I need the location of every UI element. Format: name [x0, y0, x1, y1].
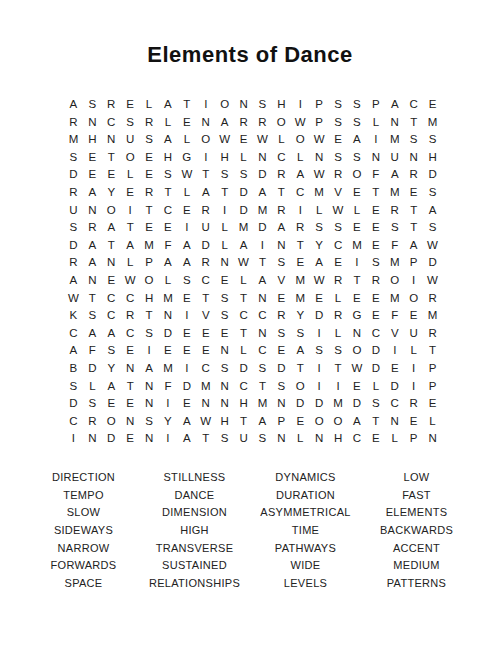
grid-cell-r19c18: N [385, 413, 404, 431]
grid-cell-r18c5: N [140, 395, 159, 413]
grid-cell-r5c8: T [196, 166, 215, 184]
grid-cell-r4c4: O [121, 149, 140, 167]
grid-cell-r4c16: S [347, 149, 366, 167]
grid-cell-r10c6: A [158, 254, 177, 272]
grid-cell-r19c1: C [64, 413, 83, 431]
grid-cell-r10c10: W [234, 254, 253, 272]
grid-cell-r12c8: T [196, 290, 215, 308]
grid-cell-r8c11: D [253, 219, 272, 237]
grid-cell-r11c5: O [140, 272, 159, 290]
grid-cell-r1c5: L [140, 96, 159, 114]
grid-cell-r11c17: R [366, 272, 385, 290]
grid-cell-r7c16: L [347, 202, 366, 220]
grid-cell-r19c5: S [140, 413, 159, 431]
grid-cell-r6c5: R [140, 184, 159, 202]
grid-cell-r19c14: O [310, 413, 329, 431]
word-list-item: RELATIONSHIPS [139, 574, 250, 592]
grid-cell-r16c7: I [177, 360, 196, 378]
grid-cell-r14c5: S [140, 325, 159, 343]
word-list-item: SIDEWAYS [28, 521, 139, 539]
grid-cell-r11c16: T [347, 272, 366, 290]
grid-cell-r8c9: L [215, 219, 234, 237]
grid-cell-r9c12: N [272, 237, 291, 255]
grid-cell-r11c9: E [215, 272, 234, 290]
grid-cell-r2c4: S [121, 114, 140, 132]
grid-cell-r3c9: W [215, 131, 234, 149]
grid-cell-r6c15: V [329, 184, 348, 202]
grid-cell-r17c9: N [215, 378, 234, 396]
grid-cell-r15c15: S [329, 342, 348, 360]
grid-cell-r15c20: T [423, 342, 442, 360]
grid-cell-r2c9: A [215, 114, 234, 132]
grid-cell-r3c19: S [404, 131, 423, 149]
grid-cell-r20c10: U [234, 430, 253, 448]
grid-cell-r12c7: E [177, 290, 196, 308]
grid-cell-r4c7: G [177, 149, 196, 167]
grid-cell-r11c7: S [177, 272, 196, 290]
grid-cell-r13c19: E [404, 307, 423, 325]
word-list-item: ELEMENTS [361, 503, 472, 521]
grid-cell-r2c20: M [423, 114, 442, 132]
grid-cell-r1c9: O [215, 96, 234, 114]
grid-cell-r15c18: I [385, 342, 404, 360]
grid-cell-r6c8: A [196, 184, 215, 202]
grid-cell-r17c18: D [385, 378, 404, 396]
grid-cell-r6c10: D [234, 184, 253, 202]
grid-cell-r15c14: S [310, 342, 329, 360]
word-list-item: SLOW [28, 503, 139, 521]
grid-cell-r20c11: S [253, 430, 272, 448]
grid-cell-r3c3: N [102, 131, 121, 149]
grid-cell-r20c20: N [423, 430, 442, 448]
word-list-item: HIGH [139, 521, 250, 539]
grid-cell-r6c11: A [253, 184, 272, 202]
grid-cell-r6c6: T [158, 184, 177, 202]
grid-cell-r14c6: D [158, 325, 177, 343]
grid-cell-r18c1: D [64, 395, 83, 413]
grid-cell-r5c4: L [121, 166, 140, 184]
grid-cell-r6c4: E [121, 184, 140, 202]
grid-cell-r1c2: S [83, 96, 102, 114]
grid-cell-r3c11: W [253, 131, 272, 149]
grid-cell-r19c11: A [253, 413, 272, 431]
grid-cell-r9c13: T [291, 237, 310, 255]
grid-cell-r15c9: N [215, 342, 234, 360]
grid-cell-r16c6: M [158, 360, 177, 378]
grid-cell-r10c19: P [404, 254, 423, 272]
grid-cell-r16c9: S [215, 360, 234, 378]
word-list-item: SPACE [28, 574, 139, 592]
grid-cell-r1c3: R [102, 96, 121, 114]
grid-cell-r13c4: R [121, 307, 140, 325]
grid-cell-r5c9: S [215, 166, 234, 184]
grid-cell-r4c9: H [215, 149, 234, 167]
grid-cell-r6c13: C [291, 184, 310, 202]
grid-cell-r15c17: D [366, 342, 385, 360]
grid-cell-r16c17: D [366, 360, 385, 378]
grid-cell-r6c17: T [366, 184, 385, 202]
grid-cell-r17c5: N [140, 378, 159, 396]
grid-cell-r7c15: W [329, 202, 348, 220]
grid-cell-r8c12: A [272, 219, 291, 237]
grid-cell-r16c10: D [234, 360, 253, 378]
grid-cell-r17c1: S [64, 378, 83, 396]
grid-cell-r18c2: S [83, 395, 102, 413]
grid-cell-r3c15: E [329, 131, 348, 149]
word-list-item: PATHWAYS [250, 539, 361, 557]
grid-cell-r3c7: L [177, 131, 196, 149]
grid-cell-r10c12: S [272, 254, 291, 272]
grid-cell-r20c13: L [291, 430, 310, 448]
grid-cell-r14c3: A [102, 325, 121, 343]
grid-cell-r5c6: S [158, 166, 177, 184]
grid-cell-r8c16: E [347, 219, 366, 237]
grid-cell-r14c17: C [366, 325, 385, 343]
grid-cell-r2c8: N [196, 114, 215, 132]
grid-cell-r8c19: T [404, 219, 423, 237]
grid-cell-r5c10: S [234, 166, 253, 184]
grid-cell-r20c3: D [102, 430, 121, 448]
grid-cell-r20c1: I [64, 430, 83, 448]
grid-cell-r7c17: E [366, 202, 385, 220]
grid-cell-r10c7: A [177, 254, 196, 272]
grid-cell-r11c15: R [329, 272, 348, 290]
grid-cell-r19c8: W [196, 413, 215, 431]
grid-cell-r7c8: R [196, 202, 215, 220]
grid-cell-r9c4: A [121, 237, 140, 255]
grid-cell-r14c1: C [64, 325, 83, 343]
grid-cell-r14c20: R [423, 325, 442, 343]
grid-cell-r12c19: O [404, 290, 423, 308]
grid-cell-r4c18: U [385, 149, 404, 167]
grid-cell-r19c15: O [329, 413, 348, 431]
grid-cell-r17c4: T [121, 378, 140, 396]
grid-cell-r9c6: F [158, 237, 177, 255]
grid-cell-r18c11: M [253, 395, 272, 413]
grid-cell-r10c15: E [329, 254, 348, 272]
grid-cell-r14c18: V [385, 325, 404, 343]
grid-cell-r9c11: I [253, 237, 272, 255]
grid-cell-r18c6: I [158, 395, 177, 413]
grid-cell-r1c19: C [404, 96, 423, 114]
grid-cell-r1c4: E [121, 96, 140, 114]
grid-cell-r18c18: C [385, 395, 404, 413]
word-list-item: DIRECTION [28, 468, 139, 486]
grid-cell-r7c12: R [272, 202, 291, 220]
grid-cell-r4c6: H [158, 149, 177, 167]
grid-cell-r16c2: D [83, 360, 102, 378]
grid-cell-r1c12: H [272, 96, 291, 114]
grid-cell-r14c8: E [196, 325, 215, 343]
grid-cell-r11c14: W [310, 272, 329, 290]
grid-cell-r5c20: D [423, 166, 442, 184]
grid-cell-r16c13: T [291, 360, 310, 378]
grid-cell-r20c18: L [385, 430, 404, 448]
grid-cell-r11c12: V [272, 272, 291, 290]
grid-cell-r19c19: E [404, 413, 423, 431]
grid-cell-r17c7: D [177, 378, 196, 396]
grid-cell-r10c3: N [102, 254, 121, 272]
grid-cell-r9c14: Y [310, 237, 329, 255]
grid-cell-r2c13: W [291, 114, 310, 132]
grid-cell-r5c18: A [385, 166, 404, 184]
grid-cell-r13c2: S [83, 307, 102, 325]
grid-cell-r12c16: E [347, 290, 366, 308]
grid-cell-r16c14: I [310, 360, 329, 378]
grid-cell-r9c16: M [347, 237, 366, 255]
grid-cell-r3c2: H [83, 131, 102, 149]
grid-cell-r19c13: E [291, 413, 310, 431]
grid-cell-r7c6: C [158, 202, 177, 220]
grid-cell-r5c15: R [329, 166, 348, 184]
grid-cell-r10c14: A [310, 254, 329, 272]
word-list-item: BACKWARDS [361, 521, 472, 539]
word-search-grid: ASRELATIONSHIPSSPACERNCSRLENARROWPSSLNTM… [64, 96, 442, 448]
grid-cell-r17c17: L [366, 378, 385, 396]
grid-cell-r2c17: L [366, 114, 385, 132]
grid-cell-r17c12: S [272, 378, 291, 396]
grid-cell-r13c7: I [177, 307, 196, 325]
grid-cell-r12c17: E [366, 290, 385, 308]
word-list-item: PATTERNS [361, 574, 472, 592]
grid-cell-r9c7: A [177, 237, 196, 255]
grid-cell-r14c19: U [404, 325, 423, 343]
grid-cell-r11c11: A [253, 272, 272, 290]
grid-cell-r5c2: E [83, 166, 102, 184]
grid-cell-r13c11: C [253, 307, 272, 325]
grid-cell-r5c1: D [64, 166, 83, 184]
grid-cell-r15c5: I [140, 342, 159, 360]
grid-cell-r3c1: M [64, 131, 83, 149]
grid-cell-r16c12: D [272, 360, 291, 378]
grid-cell-r6c14: M [310, 184, 329, 202]
grid-cell-r5c19: R [404, 166, 423, 184]
grid-cell-r13c6: N [158, 307, 177, 325]
grid-cell-r9c20: W [423, 237, 442, 255]
grid-cell-r18c19: R [404, 395, 423, 413]
grid-cell-r18c13: D [291, 395, 310, 413]
grid-cell-r17c15: I [329, 378, 348, 396]
grid-cell-r8c10: M [234, 219, 253, 237]
grid-cell-r15c11: C [253, 342, 272, 360]
word-list-item: TIME [250, 521, 361, 539]
word-list-item: ASYMMETRICAL [250, 503, 361, 521]
grid-cell-r5c16: O [347, 166, 366, 184]
word-list-item: DIMENSION [139, 503, 250, 521]
grid-cell-r14c9: E [215, 325, 234, 343]
grid-cell-r20c12: N [272, 430, 291, 448]
grid-cell-r10c11: T [253, 254, 272, 272]
grid-cell-r1c15: S [329, 96, 348, 114]
grid-cell-r3c18: M [385, 131, 404, 149]
grid-cell-r3c4: U [121, 131, 140, 149]
grid-cell-r16c1: B [64, 360, 83, 378]
grid-cell-r3c20: S [423, 131, 442, 149]
grid-cell-r13c3: C [102, 307, 121, 325]
grid-cell-r11c8: C [196, 272, 215, 290]
grid-cell-r9c15: C [329, 237, 348, 255]
grid-cell-r6c9: T [215, 184, 234, 202]
grid-cell-r10c9: N [215, 254, 234, 272]
grid-cell-r15c12: E [272, 342, 291, 360]
word-list-item: ACCENT [361, 539, 472, 557]
grid-cell-r18c10: H [234, 395, 253, 413]
grid-cell-r13c14: D [310, 307, 329, 325]
grid-cell-r15c2: F [83, 342, 102, 360]
grid-cell-r8c4: T [121, 219, 140, 237]
grid-cell-r17c16: E [347, 378, 366, 396]
grid-cell-r12c12: E [272, 290, 291, 308]
grid-cell-r4c12: C [272, 149, 291, 167]
grid-cell-r17c14: I [310, 378, 329, 396]
grid-cell-r20c16: C [347, 430, 366, 448]
grid-cell-r11c1: A [64, 272, 83, 290]
grid-cell-r10c20: D [423, 254, 442, 272]
grid-cell-r5c7: W [177, 166, 196, 184]
grid-cell-r19c12: P [272, 413, 291, 431]
grid-cell-r17c3: A [102, 378, 121, 396]
grid-cell-r18c16: D [347, 395, 366, 413]
grid-cell-r4c17: N [366, 149, 385, 167]
grid-cell-r4c10: L [234, 149, 253, 167]
grid-cell-r12c9: S [215, 290, 234, 308]
grid-cell-r10c5: P [140, 254, 159, 272]
grid-cell-r11c6: L [158, 272, 177, 290]
grid-cell-r18c3: E [102, 395, 121, 413]
grid-cell-r19c7: A [177, 413, 196, 431]
grid-cell-r8c5: E [140, 219, 159, 237]
grid-cell-r11c13: M [291, 272, 310, 290]
grid-cell-r1c18: A [385, 96, 404, 114]
grid-cell-r13c12: R [272, 307, 291, 325]
grid-cell-r17c8: M [196, 378, 215, 396]
grid-cell-r10c8: R [196, 254, 215, 272]
grid-cell-r9c19: A [404, 237, 423, 255]
grid-cell-r8c2: R [83, 219, 102, 237]
grid-cell-r17c10: C [234, 378, 253, 396]
word-list-item: DYNAMICS [250, 468, 361, 486]
grid-cell-r17c6: F [158, 378, 177, 396]
grid-cell-r12c4: C [121, 290, 140, 308]
grid-cell-r2c10: R [234, 114, 253, 132]
grid-cell-r10c1: R [64, 254, 83, 272]
grid-cell-r20c19: P [404, 430, 423, 448]
grid-cell-r17c13: O [291, 378, 310, 396]
grid-cell-r19c9: H [215, 413, 234, 431]
grid-cell-r8c8: U [196, 219, 215, 237]
grid-cell-r20c15: H [329, 430, 348, 448]
word-list-item: FAST [361, 486, 472, 504]
word-list-item: DANCE [139, 486, 250, 504]
grid-cell-r9c18: F [385, 237, 404, 255]
grid-cell-r15c19: L [404, 342, 423, 360]
grid-cell-r8c20: S [423, 219, 442, 237]
grid-cell-r13c17: E [366, 307, 385, 325]
grid-cell-r8c14: S [310, 219, 329, 237]
grid-cell-r6c3: Y [102, 184, 121, 202]
grid-cell-r19c20: L [423, 413, 442, 431]
grid-cell-r12c5: H [140, 290, 159, 308]
grid-cell-r6c16: E [347, 184, 366, 202]
grid-cell-r10c4: L [121, 254, 140, 272]
grid-cell-r7c2: N [83, 202, 102, 220]
grid-cell-r12c1: W [64, 290, 83, 308]
grid-cell-r15c16: O [347, 342, 366, 360]
grid-cell-r14c14: I [310, 325, 329, 343]
grid-cell-r12c15: L [329, 290, 348, 308]
word-list-item: SUSTAINED [139, 557, 250, 575]
grid-cell-r15c3: S [102, 342, 121, 360]
grid-cell-r13c9: S [215, 307, 234, 325]
grid-cell-r13c10: C [234, 307, 253, 325]
word-list-item: STILLNESS [139, 468, 250, 486]
word-search-page: { "game": "word-search", "title": "Eleme… [0, 0, 500, 647]
grid-cell-r12c20: R [423, 290, 442, 308]
grid-cell-r9c17: E [366, 237, 385, 255]
grid-cell-r1c17: P [366, 96, 385, 114]
grid-cell-r14c4: C [121, 325, 140, 343]
grid-cell-r17c19: I [404, 378, 423, 396]
grid-cell-r16c11: S [253, 360, 272, 378]
grid-cell-r9c1: D [64, 237, 83, 255]
grid-cell-r7c10: D [234, 202, 253, 220]
word-list-item: TRANSVERSE [139, 539, 250, 557]
grid-cell-r18c4: E [121, 395, 140, 413]
grid-cell-r2c14: P [310, 114, 329, 132]
grid-cell-r11c2: N [83, 272, 102, 290]
grid-cell-r13c15: R [329, 307, 348, 325]
grid-cell-r7c14: L [310, 202, 329, 220]
grid-cell-r15c10: L [234, 342, 253, 360]
grid-cell-r20c14: N [310, 430, 329, 448]
grid-cell-r10c18: M [385, 254, 404, 272]
grid-cell-r19c16: A [347, 413, 366, 431]
grid-cell-r16c19: I [404, 360, 423, 378]
grid-cell-r3c13: O [291, 131, 310, 149]
grid-cell-r5c11: D [253, 166, 272, 184]
grid-cell-r8c7: I [177, 219, 196, 237]
grid-cell-r3c12: L [272, 131, 291, 149]
grid-cell-r12c10: T [234, 290, 253, 308]
grid-cell-r16c18: E [385, 360, 404, 378]
grid-cell-r11c3: E [102, 272, 121, 290]
grid-cell-r4c11: N [253, 149, 272, 167]
grid-cell-r5c14: W [310, 166, 329, 184]
grid-cell-r7c20: A [423, 202, 442, 220]
grid-cell-r2c5: R [140, 114, 159, 132]
grid-cell-r20c2: N [83, 430, 102, 448]
grid-cell-r3c5: S [140, 131, 159, 149]
grid-cell-r4c15: S [329, 149, 348, 167]
grid-cell-r8c15: S [329, 219, 348, 237]
grid-cell-r15c8: E [196, 342, 215, 360]
word-list-item: FORWARDS [28, 557, 139, 575]
grid-cell-r8c6: E [158, 219, 177, 237]
grid-cell-r12c13: M [291, 290, 310, 308]
grid-cell-r11c19: I [404, 272, 423, 290]
grid-cell-r19c4: N [121, 413, 140, 431]
grid-cell-r3c10: E [234, 131, 253, 149]
grid-cell-r10c16: I [347, 254, 366, 272]
grid-cell-r7c1: U [64, 202, 83, 220]
grid-cell-r11c4: W [121, 272, 140, 290]
grid-cell-r19c10: T [234, 413, 253, 431]
grid-cell-r7c9: I [215, 202, 234, 220]
grid-cell-r17c11: T [253, 378, 272, 396]
grid-cell-r9c8: D [196, 237, 215, 255]
grid-cell-r16c20: P [423, 360, 442, 378]
grid-cell-r8c13: R [291, 219, 310, 237]
